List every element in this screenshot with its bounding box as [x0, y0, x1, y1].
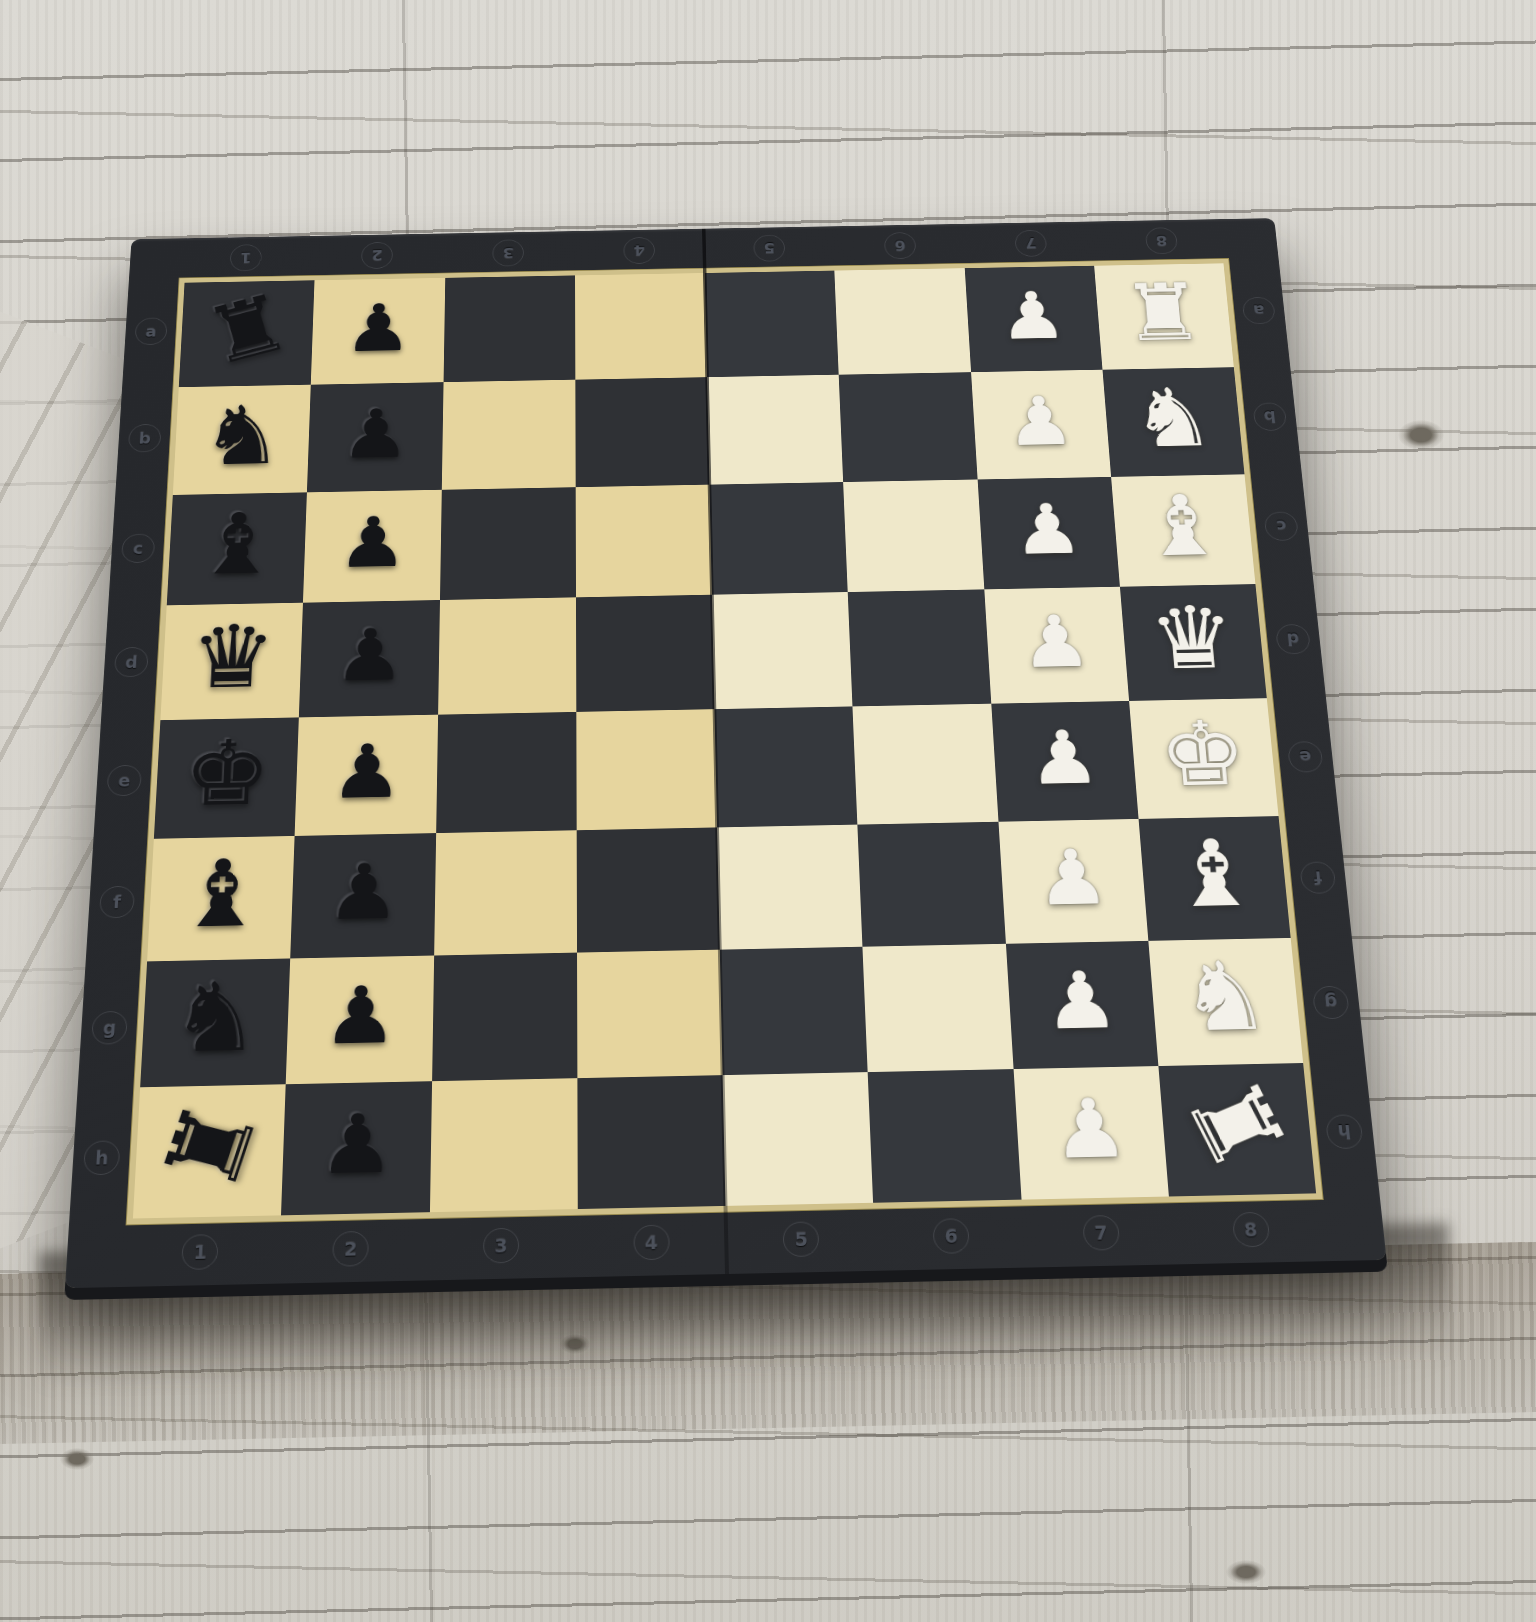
square-c8[interactable]: ♝ [1111, 474, 1256, 587]
black-bishop-f1[interactable]: ♝ [175, 846, 268, 940]
rank-label-4: 4 [573, 235, 704, 267]
black-bishop-c1[interactable]: ♝ [193, 502, 281, 587]
square-a1[interactable]: ♜ [179, 280, 315, 387]
rank-label-7: 7 [965, 227, 1098, 259]
rank-label-text: 7 [1082, 1215, 1120, 1251]
square-e5[interactable] [714, 706, 857, 827]
square-f7[interactable]: ♟ [998, 819, 1148, 944]
rank-label-1: 1 [180, 242, 312, 274]
file-label-text: a [134, 317, 167, 345]
file-label-text: d [1275, 624, 1311, 654]
square-h1[interactable]: ♜ [133, 1084, 286, 1218]
white-pawn-b7[interactable]: ♟ [1004, 387, 1077, 455]
rank-label-text: 4 [633, 1225, 669, 1261]
white-pawn-a7[interactable]: ♟ [997, 282, 1069, 348]
black-pawn-a2[interactable]: ♟ [344, 295, 413, 361]
square-g4[interactable] [577, 949, 723, 1078]
square-g1[interactable]: ♞ [140, 958, 290, 1088]
rank-label-text: 4 [623, 237, 655, 264]
white-pawn-h7[interactable]: ♟ [1049, 1087, 1130, 1170]
square-c7[interactable]: ♟ [977, 477, 1120, 590]
file-label-h: h [78, 1092, 125, 1225]
square-g2[interactable]: ♟ [286, 955, 434, 1084]
black-rook-h1[interactable]: ♜ [147, 1091, 273, 1202]
square-h7[interactable]: ♟ [1013, 1066, 1169, 1199]
file-label-text: d [114, 647, 149, 678]
square-g5[interactable] [720, 946, 868, 1075]
file-label-text: e [106, 764, 142, 796]
rank-label-text: 6 [884, 232, 917, 259]
white-bishop-f8[interactable]: ♝ [1165, 827, 1262, 921]
square-g6[interactable] [863, 943, 1013, 1072]
rank-label-6: 6 [834, 230, 966, 262]
rank-label-2: 2 [311, 239, 443, 271]
rank-label-5: 5 [704, 232, 836, 264]
square-c1[interactable]: ♝ [167, 492, 307, 606]
board-frame: 12345678 12345678 abcdefgh abcdefgh ♜♟♟♜… [65, 218, 1387, 1288]
rank-label-text: 2 [332, 1231, 369, 1267]
file-label-text: c [121, 534, 155, 564]
white-pawn-e7[interactable]: ♟ [1025, 720, 1102, 795]
square-b7[interactable]: ♟ [971, 369, 1111, 479]
square-e8[interactable]: ♚ [1129, 698, 1279, 819]
file-label-text: a [1242, 296, 1276, 324]
file-label-g: g [1305, 939, 1357, 1067]
square-h2[interactable]: ♟ [281, 1081, 431, 1215]
black-queen-d1[interactable]: ♛ [187, 613, 277, 701]
file-label-text: g [1312, 986, 1350, 1020]
file-label-a: a [1236, 258, 1282, 363]
file-label-text: f [99, 886, 135, 919]
file-label-f: f [1293, 816, 1344, 940]
white-pawn-f7[interactable]: ♟ [1033, 838, 1111, 915]
square-b3[interactable] [441, 379, 575, 489]
white-knight-g8[interactable]: ♞ [1176, 949, 1274, 1046]
square-a6[interactable] [835, 268, 971, 374]
square-a5[interactable] [705, 271, 839, 377]
rank-label-7: 7 [1025, 1211, 1178, 1255]
file-label-text: h [1325, 1115, 1364, 1150]
white-knight-b8[interactable]: ♞ [1128, 376, 1218, 458]
white-rook-h8[interactable]: ♜ [1170, 1065, 1303, 1185]
square-f2[interactable]: ♟ [290, 833, 435, 958]
rank-label-2: 2 [275, 1227, 426, 1271]
square-f6[interactable] [858, 822, 1006, 947]
file-label-f: f [94, 840, 140, 965]
square-d1[interactable]: ♛ [160, 603, 303, 720]
square-d2[interactable]: ♟ [299, 600, 439, 717]
rank-label-text: 2 [361, 242, 393, 269]
white-king-e8[interactable]: ♚ [1156, 709, 1251, 800]
square-e7[interactable]: ♟ [991, 701, 1138, 822]
rank-label-text: 5 [783, 1221, 820, 1257]
file-label-text: g [91, 1011, 128, 1045]
square-c6[interactable] [843, 479, 984, 592]
file-label-text: c [1264, 512, 1299, 541]
file-label-h: h [1318, 1066, 1371, 1199]
white-pawn-g7[interactable]: ♟ [1041, 961, 1121, 1041]
rank-label-text: 1 [230, 244, 263, 271]
rank-label-6: 6 [875, 1214, 1027, 1258]
square-c4[interactable] [575, 484, 711, 597]
square-a7[interactable]: ♟ [964, 266, 1102, 372]
square-b2[interactable]: ♟ [307, 382, 443, 492]
file-label-b: b [1247, 363, 1294, 472]
file-label-text: b [1252, 402, 1287, 431]
chess-board: 12345678 12345678 abcdefgh abcdefgh ♜♟♟♜… [65, 218, 1387, 1288]
white-queen-d8[interactable]: ♛ [1146, 594, 1239, 682]
square-d4[interactable] [576, 595, 715, 712]
rank-label-3: 3 [442, 237, 573, 269]
square-h5[interactable] [723, 1072, 874, 1206]
black-pawn-g2[interactable]: ♟ [322, 975, 399, 1055]
black-pawn-d2[interactable]: ♟ [333, 619, 406, 692]
file-label-e: e [102, 720, 147, 840]
file-label-text: f [1299, 861, 1336, 893]
file-label-text: b [128, 424, 162, 453]
square-d8[interactable]: ♛ [1120, 584, 1267, 701]
black-pawn-c2[interactable]: ♟ [337, 507, 409, 578]
square-f5[interactable] [717, 824, 863, 949]
file-label-g: g [86, 964, 132, 1093]
file-label-d: d [1269, 582, 1318, 698]
wood-knot [1398, 420, 1444, 450]
rank-label-1: 1 [124, 1230, 276, 1274]
rank-label-text: 8 [1144, 227, 1178, 254]
wood-knot [1226, 1560, 1266, 1584]
black-pawn-f2[interactable]: ♟ [326, 852, 401, 930]
square-c3[interactable] [440, 487, 576, 600]
black-pawn-b2[interactable]: ♟ [340, 399, 411, 467]
rank-label-8: 8 [1095, 225, 1228, 257]
scene: 12345678 12345678 abcdefgh abcdefgh ♜♟♟♜… [0, 0, 1536, 1622]
black-pawn-h2[interactable]: ♟ [318, 1102, 396, 1185]
square-c2[interactable]: ♟ [303, 489, 441, 603]
square-b4[interactable] [575, 377, 709, 487]
rank-label-text: 5 [754, 235, 786, 262]
square-g8[interactable]: ♞ [1148, 937, 1303, 1066]
rank-label-text: 1 [181, 1234, 219, 1270]
square-e2[interactable]: ♟ [295, 715, 438, 836]
playfield: ♜♟♟♜♞♟♟♞♝♟♟♝♛♟♟♛♚♟♟♚♝♟♟♝♞♟♟♞♜♟♟♜ [127, 259, 1323, 1225]
white-pawn-c7[interactable]: ♟ [1011, 494, 1085, 564]
square-f1[interactable]: ♝ [147, 836, 295, 961]
black-king-e1[interactable]: ♚ [181, 728, 272, 819]
rank-label-3: 3 [426, 1224, 577, 1268]
white-pawn-d7[interactable]: ♟ [1018, 605, 1094, 678]
square-b1[interactable]: ♞ [173, 384, 311, 494]
rank-label-text: 8 [1231, 1212, 1270, 1248]
square-e3[interactable] [436, 712, 577, 833]
square-h6[interactable] [868, 1069, 1021, 1202]
square-d3[interactable] [438, 598, 576, 715]
wood-knot [60, 1448, 94, 1470]
square-d5[interactable] [712, 592, 853, 709]
square-a4[interactable] [575, 273, 707, 379]
rank-label-8: 8 [1174, 1208, 1327, 1252]
black-pawn-e2[interactable]: ♟ [330, 734, 404, 809]
square-e4[interactable] [576, 709, 717, 830]
square-a3[interactable] [443, 275, 575, 382]
square-f8[interactable]: ♝ [1138, 816, 1290, 941]
rank-label-5: 5 [726, 1217, 877, 1261]
black-rook-a1[interactable]: ♜ [197, 282, 298, 378]
white-bishop-c8[interactable]: ♝ [1137, 484, 1229, 569]
square-d7[interactable]: ♟ [984, 587, 1129, 704]
file-label-e: e [1281, 697, 1331, 817]
file-label-text: h [83, 1141, 121, 1176]
black-knight-b1[interactable]: ♞ [199, 394, 286, 477]
square-e6[interactable] [853, 704, 998, 825]
square-g7[interactable]: ♟ [1005, 940, 1158, 1069]
square-f4[interactable] [576, 827, 719, 952]
square-f3[interactable] [434, 830, 577, 955]
square-h8[interactable]: ♜ [1158, 1063, 1316, 1196]
rank-label-text: 3 [492, 239, 523, 266]
file-label-c: c [1258, 471, 1306, 583]
square-h3[interactable] [429, 1078, 577, 1212]
file-label-a: a [130, 278, 171, 384]
file-label-text: e [1287, 741, 1324, 772]
file-label-b: b [123, 384, 165, 493]
square-b6[interactable] [839, 372, 977, 482]
square-g3[interactable] [432, 952, 578, 1081]
square-b5[interactable] [707, 374, 843, 484]
square-a8[interactable]: ♜ [1094, 263, 1234, 369]
square-h4[interactable] [577, 1075, 725, 1209]
black-knight-g1[interactable]: ♞ [169, 969, 264, 1066]
square-c5[interactable] [709, 482, 847, 595]
file-label-d: d [109, 605, 153, 722]
square-e1[interactable]: ♚ [154, 717, 299, 838]
rank-label-4: 4 [576, 1220, 727, 1264]
square-a2[interactable]: ♟ [311, 278, 445, 385]
rank-label-text: 6 [932, 1218, 970, 1254]
rank-label-text: 7 [1014, 230, 1047, 257]
rank-label-text: 3 [483, 1228, 519, 1264]
square-b8[interactable]: ♞ [1102, 367, 1244, 476]
square-d6[interactable] [848, 590, 991, 707]
white-rook-a8[interactable]: ♜ [1119, 272, 1208, 352]
file-label-c: c [116, 492, 159, 605]
